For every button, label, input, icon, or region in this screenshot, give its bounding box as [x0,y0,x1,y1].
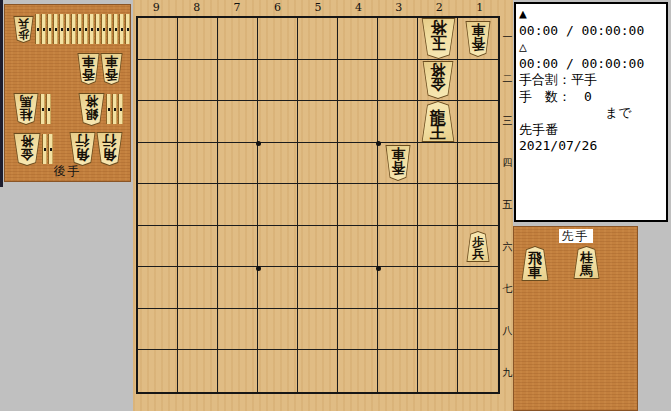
gote-hand-piece-stacked[interactable] [113,14,118,44]
gote-clock: 00:00 / 00:00:00 [519,56,663,73]
gote-hand-piece-stacked[interactable] [77,14,82,44]
gote-hand-piece-stacked[interactable] [83,14,88,44]
gote-hand-piece-stacked[interactable] [95,14,100,44]
file-label-7: 7 [217,1,257,15]
rank-coordinate-labels: 一二三四五六七八九 [502,16,513,394]
gote-bishop-piece[interactable]: 角行 [69,132,96,166]
gote-hand-group-pawn: 歩兵 [13,14,130,44]
gote-hand-group-silver: 銀将 [78,93,123,126]
gote-hand-group-knight: 桂馬 [13,93,51,125]
file-label-9: 9 [136,1,176,15]
gote-hand-rows: 歩兵 香車香車 桂馬銀将 金将角行角行 [5,9,130,169]
turn-indicator: 先手番 [519,122,663,139]
gote-hand-piece-stacked[interactable] [47,14,52,44]
file-label-2: 2 [419,1,459,15]
gote-lance-piece[interactable]: 香車 [77,53,100,85]
gote-hand-piece-stacked[interactable] [42,134,47,164]
gote-gold-piece[interactable]: 金将 [422,61,454,99]
rank-label-9: 九 [502,352,513,394]
rank-label-4: 四 [502,142,513,184]
gote-hand-piece-stacked[interactable] [59,14,64,44]
sente-mark: ▲ [519,6,663,23]
gote-hand-row-lances: 香車香車 [5,49,130,89]
gote-hand-piece-stacked[interactable] [106,94,111,124]
gote-hand-piece-stacked[interactable] [46,94,51,124]
file-label-1: 1 [460,1,500,15]
file-label-8: 8 [176,1,216,15]
made-label: まで [605,105,663,122]
gote-hand-group-gold: 金将 [13,133,53,166]
rank-label-7: 七 [502,268,513,310]
star-point [376,141,381,146]
gote-gold-piece[interactable]: 金将 [13,133,41,166]
gote-hand-piece-stacked[interactable] [107,14,112,44]
gote-hand-piece-stacked[interactable] [40,94,45,124]
file-label-3: 3 [379,1,419,15]
shogi-app-window: 歩兵 香車香車 桂馬銀将 金将角行角行 後手 987654321 玉将香車金将龍… [0,0,671,411]
rank-label-1: 一 [502,16,513,58]
star-point [376,266,381,271]
gote-mark: △ [519,39,663,56]
game-date: 2021/07/26 [519,138,663,155]
shogi-board: 987654321 玉将香車金将龍王香車歩兵 一二三四五六七八九 [133,0,513,411]
sente-hand-row: 飛車桂馬 [521,246,600,281]
file-label-5: 5 [298,1,338,15]
gote-hand-piece-stacked[interactable] [101,14,106,44]
file-coordinate-labels: 987654321 [136,1,500,15]
gote-hand-piece-stacked[interactable] [41,14,46,44]
sente-pawn-piece[interactable]: 歩兵 [466,231,490,262]
gote-king-piece[interactable]: 玉将 [421,18,456,59]
sente-tray-label: 先手 [559,229,593,243]
gote-hand-piece-stacked[interactable] [71,14,76,44]
handicap-line: 手合割：平手 [519,72,663,89]
file-label-4: 4 [338,1,378,15]
game-info-panel: ▲ 00:00 / 00:00:00 △ 00:00 / 00:00:00 手合… [514,2,668,222]
rank-label-6: 六 [502,226,513,268]
board-grid[interactable]: 玉将香車金将龍王香車歩兵 [136,16,500,394]
gote-hand-group-bishop: 角行角行 [69,132,123,166]
gote-hand-piece-stacked[interactable] [53,14,58,44]
rank-label-2: 二 [502,58,513,100]
gote-lance-piece[interactable]: 香車 [100,53,123,85]
gote-hand-group-lance: 香車香車 [77,53,123,85]
move-count-line: 手 数： 0 [519,89,663,106]
sente-hand-tray: 先手 飛車桂馬 [513,226,638,411]
window-edge [0,0,3,187]
star-point [256,266,261,271]
board-pieces-layer: 玉将香車金将龍王香車歩兵 [138,18,498,392]
gote-knight-piece[interactable]: 桂馬 [13,93,39,125]
sente-knight-piece[interactable]: 桂馬 [573,246,600,279]
file-label-6: 6 [257,1,297,15]
gote-hand-piece-stacked[interactable] [119,14,124,44]
sente-clock: 00:00 / 00:00:00 [519,23,663,40]
gote-hand-piece-stacked[interactable] [35,14,40,44]
gote-lance-piece[interactable]: 香車 [465,21,491,57]
gote-hand-piece-stacked[interactable] [125,14,130,44]
gote-hand-piece-stacked[interactable] [48,134,53,164]
gote-silver-piece[interactable]: 銀将 [78,93,105,126]
sente-rook-piece[interactable]: 飛車 [521,246,549,281]
gote-pawn-piece[interactable]: 歩兵 [13,16,34,43]
gote-hand-piece-stacked[interactable] [65,14,70,44]
rank-label-8: 八 [502,310,513,352]
star-point [256,141,261,146]
gote-bishop-piece[interactable]: 角行 [96,132,123,166]
rank-label-3: 三 [502,100,513,142]
gote-hand-row-pawns: 歩兵 [5,9,130,49]
gote-tray-label: 後手 [5,163,130,180]
rank-label-5: 五 [502,184,513,226]
gote-hand-piece-stacked[interactable] [89,14,94,44]
gote-hand-piece-stacked[interactable] [118,94,123,124]
sente-dragon-piece[interactable]: 龍王 [421,101,455,142]
gote-hand-piece-stacked[interactable] [112,94,117,124]
gote-hand-tray: 歩兵 香車香車 桂馬銀将 金将角行角行 後手 [4,4,131,182]
gote-hand-row-knight-silver: 桂馬銀将 [5,89,130,129]
gote-lance-piece[interactable]: 香車 [385,145,411,181]
